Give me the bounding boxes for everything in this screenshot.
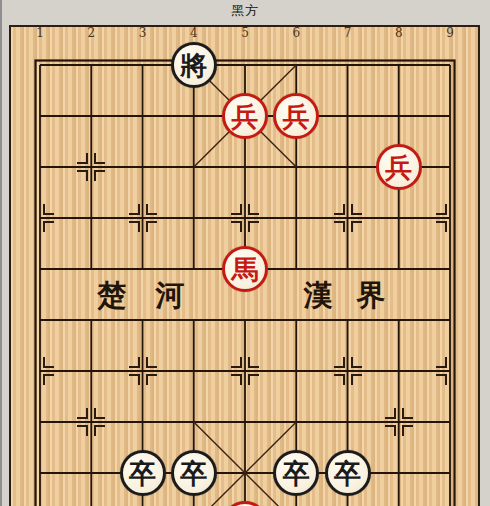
piece-glyph: 卒 [334,460,361,487]
piece-red-馬-5-5[interactable]: 馬 [222,246,268,292]
piece-red-兵-8-3[interactable]: 兵 [376,144,422,190]
piece-glyph: 卒 [129,460,156,487]
piece-glyph: 卒 [283,460,310,487]
piece-red-兵-6-2[interactable]: 兵 [273,93,319,139]
piece-glyph: 兵 [232,103,259,130]
file-label-3: 3 [133,26,153,40]
file-label-2: 2 [81,26,101,40]
piece-grid: 將兵兵兵馬卒卒卒卒帥 [14,40,475,506]
file-label-8: 8 [389,26,409,40]
file-label-9: 9 [440,26,460,40]
piece-glyph: 卒 [180,460,207,487]
window-left-edge [0,0,2,506]
piece-glyph: 兵 [385,154,412,181]
piece-red-帥-5-10[interactable]: 帥 [222,501,268,506]
file-label-4: 4 [184,26,204,40]
piece-red-兵-5-2[interactable]: 兵 [222,93,268,139]
piece-black-卒-4-9[interactable]: 卒 [171,450,217,496]
side-label-top: 黑方 [0,2,490,20]
piece-black-卒-6-9[interactable]: 卒 [273,450,319,496]
file-label-6: 6 [286,26,306,40]
file-label-1: 1 [30,26,50,40]
file-label-7: 7 [338,26,358,40]
piece-black-將-4-1[interactable]: 將 [171,42,217,88]
piece-glyph: 兵 [283,103,310,130]
piece-glyph: 馬 [232,256,259,283]
piece-glyph: 將 [180,52,207,79]
xiangqi-board[interactable]: 123456789 楚河漢界 將兵兵兵馬卒卒卒卒帥 [9,25,480,506]
file-label-5: 5 [235,26,255,40]
piece-black-卒-3-9[interactable]: 卒 [120,450,166,496]
piece-black-卒-7-9[interactable]: 卒 [325,450,371,496]
